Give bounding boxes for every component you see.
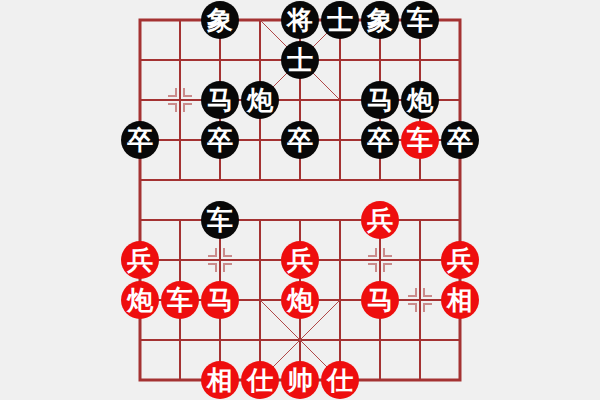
piece-red-soldier[interactable]: 兵 [361,201,399,239]
piece-black-advisor[interactable]: 士 [281,41,319,79]
piece-red-soldier[interactable]: 兵 [281,241,319,279]
piece-red-chariot[interactable]: 车 [161,281,199,319]
piece-red-horse[interactable]: 马 [201,281,239,319]
piece-red-soldier[interactable]: 兵 [441,241,479,279]
piece-red-advisor[interactable]: 仕 [321,361,359,399]
piece-red-chariot[interactable]: 车 [401,121,439,159]
piece-black-horse[interactable]: 马 [361,81,399,119]
piece-black-chariot[interactable]: 车 [401,1,439,39]
piece-red-advisor[interactable]: 仕 [241,361,279,399]
piece-black-soldier[interactable]: 卒 [361,121,399,159]
piece-red-cannon[interactable]: 炮 [281,281,319,319]
piece-black-cannon[interactable]: 炮 [241,81,279,119]
piece-red-soldier[interactable]: 兵 [121,241,159,279]
piece-red-cannon[interactable]: 炮 [121,281,159,319]
piece-black-soldier[interactable]: 卒 [121,121,159,159]
piece-black-general[interactable]: 将 [281,1,319,39]
piece-black-soldier[interactable]: 卒 [201,121,239,159]
piece-black-elephant[interactable]: 象 [361,1,399,39]
piece-black-elephant[interactable]: 象 [201,1,239,39]
piece-red-horse[interactable]: 马 [361,281,399,319]
piece-black-horse[interactable]: 马 [201,81,239,119]
piece-black-advisor[interactable]: 士 [321,1,359,39]
piece-black-soldier[interactable]: 卒 [441,121,479,159]
piece-black-chariot[interactable]: 车 [201,201,239,239]
xiangqi-app-background: 象将士象车士马炮马炮卒卒卒卒车卒车兵兵兵兵炮车马炮马相相仕帅仕 [0,0,600,400]
pieces-layer: 象将士象车士马炮马炮卒卒卒卒车卒车兵兵兵兵炮车马炮马相相仕帅仕 [120,0,480,400]
piece-red-general[interactable]: 帅 [281,361,319,399]
piece-black-cannon[interactable]: 炮 [401,81,439,119]
piece-black-soldier[interactable]: 卒 [281,121,319,159]
xiangqi-board: 象将士象车士马炮马炮卒卒卒卒车卒车兵兵兵兵炮车马炮马相相仕帅仕 [120,0,480,400]
piece-red-elephant[interactable]: 相 [441,281,479,319]
piece-red-elephant[interactable]: 相 [201,361,239,399]
